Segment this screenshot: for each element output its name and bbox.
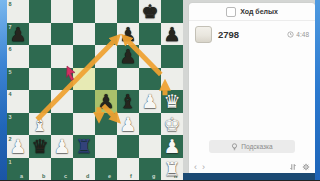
- window-edge-right: [315, 0, 320, 180]
- square-b7[interactable]: [29, 23, 51, 46]
- piece-black-pawn-h7[interactable]: ♟: [161, 23, 183, 46]
- square-g3[interactable]: [139, 113, 161, 136]
- rank-label-6: 6: [9, 46, 12, 52]
- piece-black-queen-b2[interactable]: ♛: [29, 135, 51, 158]
- square-e3[interactable]: [95, 113, 117, 136]
- piece-white-pawn-c2[interactable]: ♟: [51, 135, 73, 158]
- piece-black-pawn-f7[interactable]: ♟: [117, 23, 139, 46]
- file-label-a: a: [20, 173, 23, 179]
- square-g4[interactable]: ♟: [139, 90, 161, 113]
- square-e4[interactable]: ♟: [95, 90, 117, 113]
- square-a5[interactable]: 5: [7, 68, 29, 91]
- lightbulb-icon: [231, 143, 238, 151]
- window-bottom-bar: [183, 173, 315, 180]
- rank-label-4: 4: [9, 91, 12, 97]
- square-b5[interactable]: [29, 68, 51, 91]
- back-button[interactable]: ‹: [194, 162, 197, 172]
- square-c3[interactable]: [51, 113, 73, 136]
- square-h6[interactable]: [161, 45, 183, 68]
- square-c5[interactable]: [51, 68, 73, 91]
- square-b1[interactable]: b: [29, 158, 51, 181]
- rank-label-3: 3: [9, 114, 12, 120]
- square-f2[interactable]: [117, 135, 139, 158]
- puzzle-app-window: 8♚7♟♟♟6♟54♟♝♟♛3♝♟♚2♟♛♟♜♟1abcdefgh♜ Ход б…: [0, 0, 320, 180]
- piece-black-king-g8[interactable]: ♚: [139, 0, 161, 23]
- square-f1[interactable]: f: [117, 158, 139, 181]
- square-b4[interactable]: [29, 90, 51, 113]
- square-c7[interactable]: [51, 23, 73, 46]
- piece-white-pawn-f3[interactable]: ♟: [117, 113, 139, 136]
- turn-label: Ход белых: [240, 8, 278, 15]
- piece-black-pawn-f6[interactable]: ♟: [117, 45, 139, 68]
- piece-white-bishop-b3[interactable]: ♝: [29, 113, 51, 136]
- square-f6[interactable]: ♟: [117, 45, 139, 68]
- square-c4[interactable]: [51, 90, 73, 113]
- square-c1[interactable]: c: [51, 158, 73, 181]
- rank-label-1: 1: [9, 159, 12, 165]
- square-c8[interactable]: [51, 0, 73, 23]
- clock-icon: [287, 31, 294, 38]
- file-label-f: f: [130, 173, 132, 179]
- square-b3[interactable]: ♝: [29, 113, 51, 136]
- square-d4[interactable]: [73, 90, 95, 113]
- puzzle-card: Ход белых 2798 4:48 Подс: [189, 3, 315, 173]
- square-f4[interactable]: ♝: [117, 90, 139, 113]
- square-e1[interactable]: e: [95, 158, 117, 181]
- piece-white-pawn-h2[interactable]: ♟: [161, 135, 183, 158]
- square-c2[interactable]: ♟: [51, 135, 73, 158]
- piece-black-pawn-a7[interactable]: ♟: [7, 23, 29, 46]
- puzzle-rating: 2798: [218, 29, 239, 40]
- square-g5[interactable]: [139, 68, 161, 91]
- chess-board[interactable]: 8♚7♟♟♟6♟54♟♝♟♛3♝♟♚2♟♛♟♜♟1abcdefgh♜: [7, 0, 183, 180]
- square-h8[interactable]: [161, 0, 183, 23]
- square-g6[interactable]: [139, 45, 161, 68]
- settings-gear-icon[interactable]: [302, 163, 310, 171]
- square-g2[interactable]: [139, 135, 161, 158]
- square-a7[interactable]: 7♟: [7, 23, 29, 46]
- square-d7[interactable]: [73, 23, 95, 46]
- square-h2[interactable]: ♟: [161, 135, 183, 158]
- time-remaining: 4:48: [296, 31, 309, 38]
- flip-board-icon[interactable]: [289, 163, 297, 171]
- square-d1[interactable]: d: [73, 158, 95, 181]
- square-a3[interactable]: 3: [7, 113, 29, 136]
- square-b2[interactable]: ♛: [29, 135, 51, 158]
- piece-black-rook-d2[interactable]: ♜: [73, 135, 95, 158]
- square-a2[interactable]: 2♟: [7, 135, 29, 158]
- square-d5[interactable]: [73, 68, 95, 91]
- hint-button-label: Подсказка: [241, 143, 272, 150]
- piece-white-king-h3[interactable]: ♚: [161, 113, 183, 136]
- square-f5[interactable]: [117, 68, 139, 91]
- square-a4[interactable]: 4: [7, 90, 29, 113]
- timer: 4:48: [287, 31, 309, 38]
- piece-white-queen-h4[interactable]: ♛: [161, 90, 183, 113]
- square-f3[interactable]: ♟: [117, 113, 139, 136]
- square-g7[interactable]: [139, 23, 161, 46]
- toolbar-right-icons: [289, 163, 310, 171]
- piece-black-pawn-e4[interactable]: ♟: [95, 90, 117, 113]
- file-label-c: c: [64, 173, 67, 179]
- square-b8[interactable]: [29, 0, 51, 23]
- square-d6[interactable]: [73, 45, 95, 68]
- piece-white-rook-h1[interactable]: ♜: [161, 158, 183, 181]
- square-e8[interactable]: [95, 0, 117, 23]
- window-edge-left: [0, 0, 7, 180]
- square-d2[interactable]: ♜: [73, 135, 95, 158]
- bottom-toolbar: ‹ ›: [189, 160, 315, 173]
- square-h5[interactable]: [161, 68, 183, 91]
- square-d8[interactable]: [73, 0, 95, 23]
- square-h3[interactable]: ♚: [161, 113, 183, 136]
- square-g1[interactable]: g: [139, 158, 161, 181]
- square-f7[interactable]: ♟: [117, 23, 139, 46]
- file-label-e: e: [108, 173, 111, 179]
- square-h4[interactable]: ♛: [161, 90, 183, 113]
- square-f8[interactable]: [117, 0, 139, 23]
- piece-white-pawn-a2[interactable]: ♟: [7, 135, 29, 158]
- puzzle-thumbnail-icon: [195, 26, 212, 43]
- white-turn-icon: [226, 7, 236, 17]
- square-d3[interactable]: [73, 113, 95, 136]
- puzzle-rating-row: 2798 4:48: [189, 21, 315, 47]
- rank-label-8: 8: [9, 1, 12, 7]
- square-c6[interactable]: [51, 45, 73, 68]
- square-b6[interactable]: [29, 45, 51, 68]
- piece-black-bishop-f4[interactable]: ♝: [117, 90, 139, 113]
- square-e6[interactable]: [95, 45, 117, 68]
- square-a1[interactable]: 1a: [7, 158, 29, 181]
- square-h1[interactable]: h♜: [161, 158, 183, 181]
- file-label-d: d: [86, 173, 89, 179]
- turn-indicator: Ход белых: [189, 3, 315, 21]
- file-label-g: g: [152, 173, 155, 179]
- hint-button[interactable]: Подсказка: [209, 140, 295, 153]
- forward-button[interactable]: ›: [202, 162, 205, 172]
- square-e2[interactable]: [95, 135, 117, 158]
- square-g8[interactable]: ♚: [139, 0, 161, 23]
- rank-label-5: 5: [9, 69, 12, 75]
- square-e7[interactable]: [95, 23, 117, 46]
- square-h7[interactable]: ♟: [161, 23, 183, 46]
- piece-white-pawn-g4[interactable]: ♟: [139, 90, 161, 113]
- square-a6[interactable]: 6: [7, 45, 29, 68]
- file-label-b: b: [42, 173, 45, 179]
- square-e5[interactable]: [95, 68, 117, 91]
- square-a8[interactable]: 8: [7, 0, 29, 23]
- panel-empty-area: [189, 47, 315, 140]
- puzzle-side-panel: Ход белых 2798 4:48 Подс: [183, 0, 315, 180]
